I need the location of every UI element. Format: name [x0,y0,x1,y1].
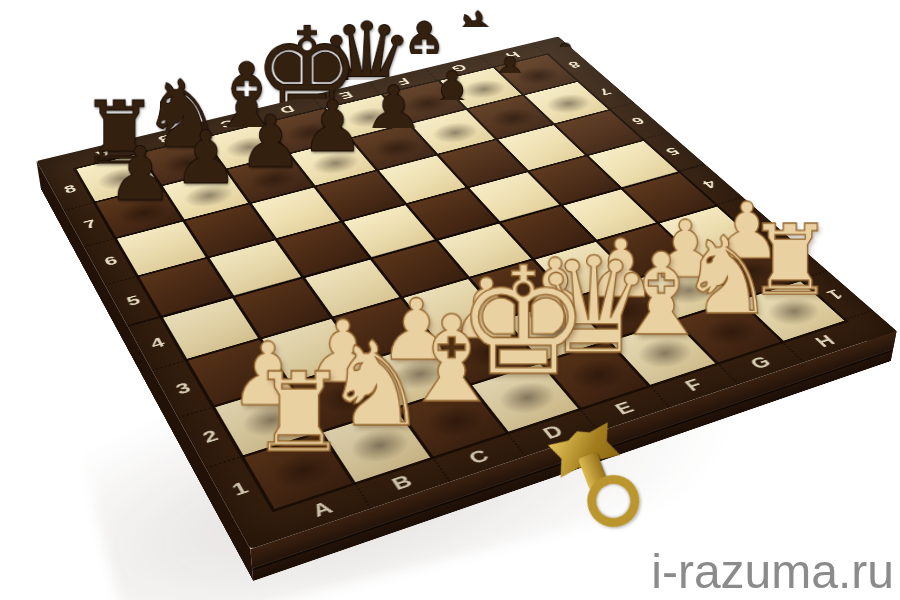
piece-white-pawn-a2: ♟ [175,211,359,418]
knight-glyph: ♞ [324,327,429,444]
watermark: i-razuma.ru [651,544,894,599]
pawn-glyph: ♟ [585,229,657,309]
pawn-glyph: ♟ [449,267,523,350]
piece-white-bishop-c1: ♝ [359,212,543,419]
piece-white-knight-b1: ♞ [283,233,470,444]
pawn-glyph: ♟ [304,309,381,395]
pawn-glyph: ♟ [378,288,454,372]
pawn-glyph: ♟ [228,331,306,418]
piece-white-rook-a1: ♜ [203,254,394,469]
king-glyph: ♚ [457,247,591,396]
rook-glyph: ♜ [249,359,347,469]
pawn-glyph: ♟ [518,248,591,330]
queen-glyph: ♛ [534,240,654,373]
chess-set-photo: ABCDEFGH ABCDEFGH 87654321 87654321 ♜♞♝♚… [0,0,900,600]
bishop-glyph: ♝ [398,300,505,420]
bishop-glyph: ♝ [610,238,712,352]
